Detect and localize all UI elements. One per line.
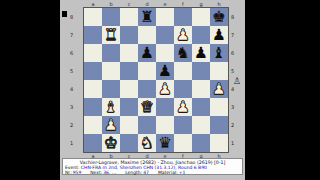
file-label-b: b <box>102 1 120 7</box>
stats-line: Nr:959Next:36. ...Length:47Material:+1 <box>65 170 240 175</box>
square-c3[interactable] <box>120 98 138 116</box>
square-e4[interactable]: ♟ <box>156 80 174 98</box>
square-h3[interactable] <box>210 98 228 116</box>
square-d2[interactable] <box>138 116 156 134</box>
square-e2[interactable] <box>156 116 174 134</box>
square-f3[interactable]: ♟ <box>174 98 192 116</box>
white-king: ♚ <box>104 134 118 152</box>
file-labels-top: abcdefgh <box>84 1 228 7</box>
square-h2[interactable] <box>210 116 228 134</box>
square-b2[interactable]: ♟ <box>102 116 120 134</box>
square-d3[interactable]: ♛ <box>138 98 156 116</box>
square-d7[interactable] <box>138 26 156 44</box>
rank-label-2: 2 <box>230 116 235 134</box>
square-c7[interactable] <box>120 26 138 44</box>
square-a8[interactable] <box>84 8 102 26</box>
square-d8[interactable]: ♜ <box>138 8 156 26</box>
square-a3[interactable] <box>84 98 102 116</box>
white-pawn: ♟ <box>176 98 190 116</box>
white-pawn: ♟ <box>158 80 172 98</box>
black-pawn: ♟ <box>194 44 208 62</box>
black-rook: ♜ <box>140 8 154 26</box>
file-label-e: e <box>156 1 174 7</box>
stat-value: 36. ... <box>103 170 116 175</box>
square-c6[interactable] <box>120 44 138 62</box>
stat-label: Nr: <box>65 170 72 175</box>
rank-label-3: 3 <box>69 98 74 116</box>
square-f5[interactable] <box>174 62 192 80</box>
rank-label-6: 6 <box>69 44 74 62</box>
square-h5[interactable] <box>210 62 228 80</box>
square-b4[interactable] <box>102 80 120 98</box>
rank-label-1: 1 <box>69 134 74 152</box>
file-label-f: f <box>174 1 192 7</box>
square-a2[interactable] <box>84 116 102 134</box>
square-c2[interactable] <box>120 116 138 134</box>
rank-label-8: 8 <box>230 8 235 26</box>
square-g8[interactable] <box>192 8 210 26</box>
square-d1[interactable]: ♞ <box>138 134 156 152</box>
square-c5[interactable] <box>120 62 138 80</box>
square-f2[interactable] <box>174 116 192 134</box>
square-e5[interactable]: ♟ <box>156 62 174 80</box>
square-h4[interactable]: ♟ <box>210 80 228 98</box>
material-pawn-icon: ♙ <box>233 76 241 86</box>
square-h6[interactable]: ♝ <box>210 44 228 62</box>
square-e1[interactable]: ♛ <box>156 134 174 152</box>
square-b6[interactable] <box>102 44 120 62</box>
square-e3[interactable] <box>156 98 174 116</box>
rank-label-1: 1 <box>230 134 235 152</box>
stat-nr: Nr:959 <box>65 170 81 175</box>
square-b8[interactable] <box>102 8 120 26</box>
square-g3[interactable] <box>192 98 210 116</box>
file-label-a: a <box>84 1 102 7</box>
rank-label-2: 2 <box>69 116 74 134</box>
diagram-panel: abcdefgh 87654321 ♜♚♜♟♟♟♞♟♝♟♟♟♝♛♟♟♚♞♛ 87… <box>60 0 245 180</box>
stat-label: Next: <box>90 170 102 175</box>
white-queen: ♛ <box>140 98 154 116</box>
square-g7[interactable] <box>192 26 210 44</box>
black-queen: ♛ <box>158 134 172 152</box>
stat-material: Material:+1 <box>158 170 185 175</box>
square-a1[interactable] <box>84 134 102 152</box>
white-pawn: ♟ <box>176 26 190 44</box>
stat-label: Material: <box>158 170 178 175</box>
square-f1[interactable] <box>174 134 192 152</box>
players-line: Vachier-Lagrave, Maxime (2682) - Zhou, J… <box>63 160 242 165</box>
white-pawn: ♟ <box>212 80 226 98</box>
file-label-d: d <box>138 1 156 7</box>
rank-label-8: 8 <box>69 8 74 26</box>
square-f7[interactable]: ♟ <box>174 26 192 44</box>
stat-value: 959 <box>73 170 82 175</box>
white-rook: ♜ <box>104 26 118 44</box>
white-pawn: ♟ <box>104 116 118 134</box>
stat-length: Length:47 <box>125 170 149 175</box>
rank-label-5: 5 <box>69 62 74 80</box>
stat-value: 47 <box>143 170 149 175</box>
square-c1[interactable] <box>120 134 138 152</box>
rank-label-3: 3 <box>230 98 235 116</box>
square-b1[interactable]: ♚ <box>102 134 120 152</box>
rank-label-6: 6 <box>230 44 235 62</box>
square-h1[interactable] <box>210 134 228 152</box>
square-h8[interactable]: ♚ <box>210 8 228 26</box>
square-b7[interactable]: ♜ <box>102 26 120 44</box>
square-b5[interactable] <box>102 62 120 80</box>
square-g6[interactable]: ♟ <box>192 44 210 62</box>
square-g1[interactable] <box>192 134 210 152</box>
black-pawn: ♟ <box>140 44 154 62</box>
stat-label: Length: <box>125 170 142 175</box>
left-letterbox-bar <box>0 0 60 180</box>
square-a6[interactable] <box>84 44 102 62</box>
square-e8[interactable] <box>156 8 174 26</box>
square-e6[interactable] <box>156 44 174 62</box>
square-a5[interactable] <box>84 62 102 80</box>
square-c4[interactable] <box>120 80 138 98</box>
square-e7[interactable] <box>156 26 174 44</box>
square-d5[interactable] <box>138 62 156 80</box>
square-d6[interactable]: ♟ <box>138 44 156 62</box>
square-d4[interactable] <box>138 80 156 98</box>
stat-next: Next:36. ... <box>90 170 116 175</box>
square-h7[interactable]: ♟ <box>210 26 228 44</box>
square-c8[interactable] <box>120 8 138 26</box>
file-label-h: h <box>210 1 228 7</box>
black-king: ♚ <box>212 8 226 26</box>
square-f6[interactable]: ♞ <box>174 44 192 62</box>
square-a4[interactable] <box>84 80 102 98</box>
white-knight: ♞ <box>140 134 154 152</box>
right-letterbox-bar <box>245 0 320 180</box>
square-g4[interactable] <box>192 80 210 98</box>
square-g5[interactable] <box>192 62 210 80</box>
rank-label-4: 4 <box>69 80 74 98</box>
chess-board: ♜♚♜♟♟♟♞♟♝♟♟♟♝♛♟♟♚♞♛ <box>84 8 228 152</box>
rank-label-7: 7 <box>69 26 74 44</box>
stat-value: +1 <box>179 170 186 175</box>
square-g2[interactable] <box>192 116 210 134</box>
rank-label-7: 7 <box>230 26 235 44</box>
black-to-move-indicator <box>62 11 67 17</box>
square-f8[interactable] <box>174 8 192 26</box>
rank-labels-left: 87654321 <box>69 8 74 152</box>
black-pawn: ♟ <box>212 26 226 44</box>
square-f4[interactable] <box>174 80 192 98</box>
file-label-c: c <box>120 1 138 7</box>
file-label-g: g <box>192 1 210 7</box>
square-a7[interactable] <box>84 26 102 44</box>
game-info-panel: Vachier-Lagrave, Maxime (2682) - Zhou, J… <box>62 158 243 175</box>
white-bishop: ♝ <box>104 98 118 116</box>
black-pawn: ♟ <box>158 62 172 80</box>
black-bishop: ♝ <box>212 44 226 62</box>
square-b3[interactable]: ♝ <box>102 98 120 116</box>
black-knight: ♞ <box>176 44 190 62</box>
